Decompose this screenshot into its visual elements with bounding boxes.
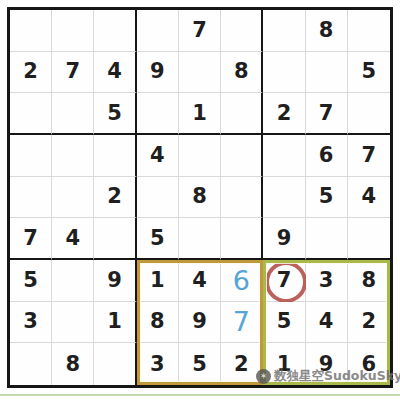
cell-r8c2[interactable]: [52, 302, 94, 344]
digit: 7: [233, 308, 250, 335]
cell-r8c5[interactable]: 9: [179, 302, 221, 344]
cell-r4c9[interactable]: 7: [348, 135, 390, 177]
cell-r7c4[interactable]: 1: [137, 260, 179, 302]
cell-r5c6[interactable]: [221, 177, 263, 219]
digit: 4: [66, 228, 81, 249]
cell-r9c3[interactable]: [94, 343, 136, 385]
cell-r7c6[interactable]: 6: [221, 260, 263, 302]
cell-r5c4[interactable]: [137, 177, 179, 219]
cell-r2c1[interactable]: 2: [10, 52, 52, 94]
cell-r6c6[interactable]: [221, 218, 263, 260]
cell-r3c4[interactable]: [137, 93, 179, 135]
digit: 5: [150, 228, 165, 249]
cell-r1c2[interactable]: [52, 10, 94, 52]
digit: 5: [107, 103, 122, 124]
cell-r5c9[interactable]: 4: [348, 177, 390, 219]
digit: 6: [319, 145, 334, 166]
cell-r1c5[interactable]: 7: [179, 10, 221, 52]
digit: 8: [150, 311, 165, 332]
digit: 7: [23, 228, 38, 249]
digit: 6: [233, 267, 250, 294]
cell-r6c8[interactable]: [306, 218, 348, 260]
cell-r3c2[interactable]: [52, 93, 94, 135]
digit: 8: [362, 270, 377, 291]
cell-r7c1[interactable]: 5: [10, 260, 52, 302]
cell-r2c3[interactable]: 4: [94, 52, 136, 94]
digit: 5: [277, 311, 292, 332]
cell-r1c7[interactable]: [263, 10, 305, 52]
cell-r6c1[interactable]: 7: [10, 218, 52, 260]
cell-r2c6[interactable]: 8: [221, 52, 263, 94]
cell-r3c6[interactable]: [221, 93, 263, 135]
cell-r7c3[interactable]: 9: [94, 260, 136, 302]
cell-r8c6[interactable]: 7: [221, 302, 263, 344]
cell-r4c3[interactable]: [94, 135, 136, 177]
digit: 4: [192, 270, 207, 291]
red-circle-annotation: [265, 261, 307, 303]
cell-r4c2[interactable]: [52, 135, 94, 177]
digit: 5: [192, 354, 207, 375]
digit: 4: [150, 145, 165, 166]
cell-r2c2[interactable]: 7: [52, 52, 94, 94]
sudoku-grid: 7827498551274672854745959146738318975428…: [10, 10, 390, 385]
footer-accent-line: [0, 394, 400, 396]
digit: 5: [319, 186, 334, 207]
watermark: ✶ 数独星空SudokuSky: [256, 368, 400, 385]
cell-r6c3[interactable]: [94, 218, 136, 260]
cell-r2c4[interactable]: 9: [137, 52, 179, 94]
cell-r1c6[interactable]: [221, 10, 263, 52]
cell-r2c7[interactable]: [263, 52, 305, 94]
digit: 3: [319, 270, 334, 291]
cell-r6c7[interactable]: 9: [263, 218, 305, 260]
digit: 9: [192, 311, 207, 332]
digit: 9: [107, 270, 122, 291]
cell-r5c5[interactable]: 8: [179, 177, 221, 219]
digit: 9: [150, 61, 165, 82]
cell-r9c1[interactable]: [10, 343, 52, 385]
cell-r5c7[interactable]: [263, 177, 305, 219]
cell-r9c5[interactable]: 5: [179, 343, 221, 385]
digit: 7: [362, 145, 377, 166]
digit: 8: [66, 354, 81, 375]
cell-r8c8[interactable]: 4: [306, 302, 348, 344]
digit: 7: [319, 103, 334, 124]
cell-r3c1[interactable]: [10, 93, 52, 135]
digit: 5: [23, 270, 38, 291]
cell-r7c2[interactable]: [52, 260, 94, 302]
digit: 2: [277, 103, 292, 124]
digit: 1: [107, 311, 122, 332]
sudokusky-logo-icon: ✶: [256, 369, 271, 384]
sudoku-board: 7827498551274672854745959146738318975428…: [7, 7, 393, 388]
cell-r2c8[interactable]: [306, 52, 348, 94]
digit: 4: [362, 186, 377, 207]
sudoku-page: 7827498551274672854745959146738318975428…: [0, 0, 400, 400]
cell-r9c4[interactable]: 3: [137, 343, 179, 385]
cell-r4c7[interactable]: [263, 135, 305, 177]
digit: 8: [192, 186, 207, 207]
cell-r4c8[interactable]: 6: [306, 135, 348, 177]
digit: 7: [66, 61, 81, 82]
digit: 2: [234, 354, 249, 375]
cell-r6c5[interactable]: [179, 218, 221, 260]
cell-r7c9[interactable]: 8: [348, 260, 390, 302]
digit: 4: [319, 311, 334, 332]
cell-r5c8[interactable]: 5: [306, 177, 348, 219]
digit: 2: [362, 311, 377, 332]
digit: 2: [23, 61, 38, 82]
digit: 7: [192, 20, 207, 41]
cell-r9c2[interactable]: 8: [52, 343, 94, 385]
digit: 4: [107, 61, 122, 82]
cell-r8c1[interactable]: 3: [10, 302, 52, 344]
digit: 2: [107, 186, 122, 207]
cell-r3c9[interactable]: [348, 93, 390, 135]
cell-r4c1[interactable]: [10, 135, 52, 177]
cell-r1c4[interactable]: [137, 10, 179, 52]
cell-r5c2[interactable]: [52, 177, 94, 219]
cell-r8c3[interactable]: 1: [94, 302, 136, 344]
cell-r1c1[interactable]: [10, 10, 52, 52]
cell-r1c8[interactable]: 8: [306, 10, 348, 52]
cell-r8c9[interactable]: 2: [348, 302, 390, 344]
cell-r3c3[interactable]: 5: [94, 93, 136, 135]
cell-r7c7[interactable]: 7: [263, 260, 305, 302]
digit: 1: [192, 103, 207, 124]
cell-r8c4[interactable]: 8: [137, 302, 179, 344]
digit: 8: [319, 20, 334, 41]
cell-r1c3[interactable]: [94, 10, 136, 52]
digit: 9: [277, 228, 292, 249]
cell-r4c5[interactable]: [179, 135, 221, 177]
cell-r2c5[interactable]: [179, 52, 221, 94]
cell-r3c5[interactable]: 1: [179, 93, 221, 135]
digit: 5: [362, 61, 377, 82]
cell-r2c9[interactable]: 5: [348, 52, 390, 94]
cell-r7c5[interactable]: 4: [179, 260, 221, 302]
cell-r6c9[interactable]: [348, 218, 390, 260]
cell-r1c9[interactable]: [348, 10, 390, 52]
cell-r4c4[interactable]: 4: [137, 135, 179, 177]
digit: 3: [150, 354, 165, 375]
watermark-text: 数独星空SudokuSky: [274, 368, 400, 385]
cell-r5c1[interactable]: [10, 177, 52, 219]
cell-r3c8[interactable]: 7: [306, 93, 348, 135]
cell-r8c7[interactable]: 5: [263, 302, 305, 344]
digit: 3: [23, 311, 38, 332]
cell-r3c7[interactable]: 2: [263, 93, 305, 135]
digit: 8: [234, 61, 249, 82]
cell-r7c8[interactable]: 3: [306, 260, 348, 302]
cell-r6c2[interactable]: 4: [52, 218, 94, 260]
cell-r6c4[interactable]: 5: [137, 218, 179, 260]
digit: 1: [150, 270, 165, 291]
cell-r5c3[interactable]: 2: [94, 177, 136, 219]
cell-r4c6[interactable]: [221, 135, 263, 177]
